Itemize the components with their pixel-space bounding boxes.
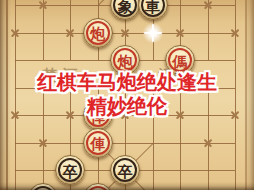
caption-line-2: 精妙绝伦 <box>0 93 254 120</box>
caption-layer: 红棋车马炮绝处逢生 精妙绝伦 <box>0 0 254 190</box>
caption-line-1: 红棋车马炮绝处逢生 <box>0 69 254 96</box>
xiangqi-board[interactable]: 楚河 汉界 象車炮炮傌俥俥卒卒卒仕 红棋车马炮绝处逢生 精妙绝伦 <box>0 0 254 190</box>
